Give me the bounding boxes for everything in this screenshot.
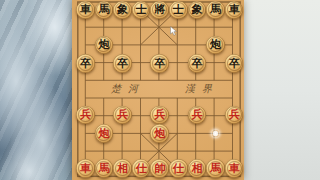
piece-character: 炮 xyxy=(210,39,221,50)
piece-red-soldier-4[interactable]: 兵 xyxy=(188,106,207,125)
mouse-cursor-icon xyxy=(170,26,178,36)
piece-red-elephant-right[interactable]: 相 xyxy=(188,159,207,178)
piece-black-horse-right[interactable]: 馬 xyxy=(206,1,225,20)
xiangqi-board[interactable]: 楚河 漢界 車馬象士將士象馬車炮炮卒卒卒卒卒兵兵兵兵兵炮炮車馬相仕帥仕相馬車 xyxy=(72,0,244,180)
piece-character: 車 xyxy=(80,162,91,173)
last-move-marker xyxy=(212,130,219,137)
piece-red-elephant-left[interactable]: 相 xyxy=(113,159,132,178)
piece-character: 車 xyxy=(229,4,240,15)
piece-character: 馬 xyxy=(98,4,109,15)
piece-red-soldier-3[interactable]: 兵 xyxy=(150,106,169,125)
piece-character: 卒 xyxy=(191,57,202,68)
piece-red-cannon-left[interactable]: 炮 xyxy=(95,124,114,143)
xiangqi-game-screen: 楚河 漢界 車馬象士將士象馬車炮炮卒卒卒卒卒兵兵兵兵兵炮炮車馬相仕帥仕相馬車 xyxy=(0,0,320,180)
piece-character: 卒 xyxy=(229,57,240,68)
piece-black-elephant-left[interactable]: 象 xyxy=(113,1,132,20)
piece-black-cannon-left[interactable]: 炮 xyxy=(95,36,114,55)
piece-character: 卒 xyxy=(117,57,128,68)
piece-character: 馬 xyxy=(98,162,109,173)
piece-character: 馬 xyxy=(210,4,221,15)
piece-red-general[interactable]: 帥 xyxy=(150,159,169,178)
piece-character: 炮 xyxy=(154,127,165,138)
piece-character: 相 xyxy=(191,162,202,173)
pieces-layer: 車馬象士將士象馬車炮炮卒卒卒卒卒兵兵兵兵兵炮炮車馬相仕帥仕相馬車 xyxy=(76,1,242,178)
piece-character: 兵 xyxy=(154,109,165,120)
piece-character: 仕 xyxy=(136,162,147,173)
piece-black-soldier-4[interactable]: 卒 xyxy=(188,54,207,73)
piece-black-soldier-2[interactable]: 卒 xyxy=(113,54,132,73)
piece-character: 象 xyxy=(191,4,202,15)
piece-character: 相 xyxy=(117,162,128,173)
piece-red-chariot-right[interactable]: 車 xyxy=(225,159,244,178)
piece-character: 帥 xyxy=(154,162,165,173)
piece-red-soldier-5[interactable]: 兵 xyxy=(225,106,244,125)
piece-black-soldier-1[interactable]: 卒 xyxy=(76,54,95,73)
piece-character: 士 xyxy=(136,4,147,15)
piece-character: 將 xyxy=(154,4,165,15)
piece-character: 車 xyxy=(80,4,91,15)
piece-character: 卒 xyxy=(80,57,91,68)
piece-character: 士 xyxy=(173,4,184,15)
piece-black-chariot-left[interactable]: 車 xyxy=(76,1,95,20)
piece-red-cannon-center[interactable]: 炮 xyxy=(150,124,169,143)
piece-character: 炮 xyxy=(98,39,109,50)
piece-character: 兵 xyxy=(117,109,128,120)
piece-red-horse-left[interactable]: 馬 xyxy=(95,159,114,178)
piece-red-advisor-left[interactable]: 仕 xyxy=(132,159,151,178)
piece-character: 卒 xyxy=(154,57,165,68)
background-mountain-photo xyxy=(0,0,73,180)
piece-black-elephant-right[interactable]: 象 xyxy=(188,1,207,20)
piece-red-advisor-right[interactable]: 仕 xyxy=(169,159,188,178)
piece-character: 炮 xyxy=(98,127,109,138)
piece-black-cannon-right[interactable]: 炮 xyxy=(206,36,225,55)
piece-red-horse-right[interactable]: 馬 xyxy=(206,159,225,178)
piece-black-chariot-right[interactable]: 車 xyxy=(225,1,244,20)
piece-character: 象 xyxy=(117,4,128,15)
piece-character: 車 xyxy=(229,162,240,173)
piece-black-advisor-left[interactable]: 士 xyxy=(132,1,151,20)
piece-black-advisor-right[interactable]: 士 xyxy=(169,1,188,20)
piece-red-soldier-1[interactable]: 兵 xyxy=(76,106,95,125)
piece-red-chariot-left[interactable]: 車 xyxy=(76,159,95,178)
piece-red-soldier-2[interactable]: 兵 xyxy=(113,106,132,125)
piece-black-soldier-3[interactable]: 卒 xyxy=(150,54,169,73)
piece-black-soldier-5[interactable]: 卒 xyxy=(225,54,244,73)
piece-character: 兵 xyxy=(80,109,91,120)
piece-black-general[interactable]: 將 xyxy=(150,1,169,20)
piece-character: 仕 xyxy=(173,162,184,173)
piece-character: 兵 xyxy=(229,109,240,120)
piece-character: 兵 xyxy=(191,109,202,120)
piece-character: 馬 xyxy=(210,162,221,173)
piece-black-horse-left[interactable]: 馬 xyxy=(95,1,114,20)
